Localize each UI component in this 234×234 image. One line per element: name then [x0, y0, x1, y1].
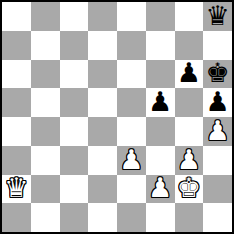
square-h2: [203, 175, 232, 204]
square-c7: [60, 31, 89, 60]
square-f4: [146, 117, 175, 146]
square-c8: [60, 2, 89, 31]
square-d8: [88, 2, 117, 31]
white-pawn-g3: ♟: [177, 146, 201, 173]
square-b1: [31, 203, 60, 232]
white-pawn-h4: ♟: [206, 117, 230, 144]
square-h3: [203, 146, 232, 175]
square-e4: [117, 117, 146, 146]
chess-board-frame: ♛♟♚♟♟♟♟♟♛♟♚: [0, 0, 234, 234]
square-c6: [60, 60, 89, 89]
black-king-h6: ♚: [206, 60, 230, 87]
square-g3: ♟: [175, 146, 204, 175]
square-h4: ♟: [203, 117, 232, 146]
square-f5: ♟: [146, 88, 175, 117]
black-pawn-g6: ♟: [177, 60, 201, 87]
square-f2: ♟: [146, 175, 175, 204]
square-a8: [2, 2, 31, 31]
square-h6: ♚: [203, 60, 232, 89]
square-g8: [175, 2, 204, 31]
square-g7: [175, 31, 204, 60]
square-b5: [31, 88, 60, 117]
square-b6: [31, 60, 60, 89]
square-g1: [175, 203, 204, 232]
square-d3: [88, 146, 117, 175]
square-e1: [117, 203, 146, 232]
white-pawn-f2: ♟: [148, 175, 172, 202]
square-h7: [203, 31, 232, 60]
square-d1: [88, 203, 117, 232]
square-a1: [2, 203, 31, 232]
white-pawn-e3: ♟: [119, 146, 143, 173]
square-e2: [117, 175, 146, 204]
square-a6: [2, 60, 31, 89]
square-d5: [88, 88, 117, 117]
black-pawn-f5: ♟: [148, 88, 172, 115]
square-h8: ♛: [203, 2, 232, 31]
square-b7: [31, 31, 60, 60]
white-queen-a2: ♛: [4, 175, 28, 202]
square-d7: [88, 31, 117, 60]
square-a3: [2, 146, 31, 175]
square-e3: ♟: [117, 146, 146, 175]
square-b2: [31, 175, 60, 204]
square-g2: ♚: [175, 175, 204, 204]
square-b4: [31, 117, 60, 146]
square-a4: [2, 117, 31, 146]
square-e5: [117, 88, 146, 117]
square-f6: [146, 60, 175, 89]
square-a5: [2, 88, 31, 117]
square-e7: [117, 31, 146, 60]
square-e8: [117, 2, 146, 31]
square-a2: ♛: [2, 175, 31, 204]
square-h1: [203, 203, 232, 232]
square-f1: [146, 203, 175, 232]
square-h5: ♟: [203, 88, 232, 117]
black-pawn-h5: ♟: [206, 88, 230, 115]
square-d2: [88, 175, 117, 204]
square-d4: [88, 117, 117, 146]
square-c5: [60, 88, 89, 117]
square-f8: [146, 2, 175, 31]
chess-board: ♛♟♚♟♟♟♟♟♛♟♚: [2, 2, 232, 232]
square-d6: [88, 60, 117, 89]
square-a7: [2, 31, 31, 60]
square-g6: ♟: [175, 60, 204, 89]
square-c1: [60, 203, 89, 232]
black-queen-h8: ♛: [206, 2, 230, 29]
square-c2: [60, 175, 89, 204]
square-g4: [175, 117, 204, 146]
white-king-g2: ♚: [177, 175, 201, 202]
square-f7: [146, 31, 175, 60]
square-b8: [31, 2, 60, 31]
square-c3: [60, 146, 89, 175]
square-c4: [60, 117, 89, 146]
square-e6: [117, 60, 146, 89]
square-b3: [31, 146, 60, 175]
square-f3: [146, 146, 175, 175]
square-g5: [175, 88, 204, 117]
